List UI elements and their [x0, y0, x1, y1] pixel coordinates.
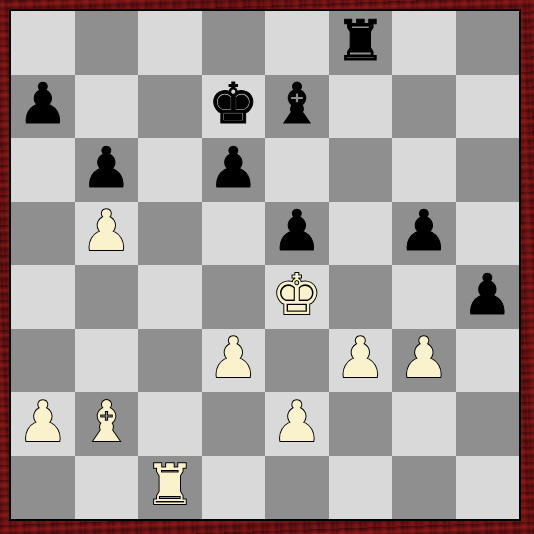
square-a5[interactable]	[11, 202, 75, 266]
square-f4[interactable]	[329, 265, 393, 329]
square-h1[interactable]	[456, 456, 520, 520]
chess-board: ♜♟♚♝♟♟♟♟♟♚♟♟♟♟♟♝♟♜	[11, 11, 519, 519]
square-c5[interactable]	[138, 202, 202, 266]
square-g4[interactable]	[392, 265, 456, 329]
piece-white-bishop-b2[interactable]: ♝	[81, 394, 131, 450]
square-f5[interactable]	[329, 202, 393, 266]
square-h6[interactable]	[456, 138, 520, 202]
square-e1[interactable]	[265, 456, 329, 520]
square-f7[interactable]	[329, 75, 393, 139]
square-d7[interactable]: ♚	[202, 75, 266, 139]
square-d4[interactable]	[202, 265, 266, 329]
square-b1[interactable]	[75, 456, 139, 520]
piece-black-pawn-a7[interactable]: ♟	[18, 76, 68, 132]
square-b7[interactable]	[75, 75, 139, 139]
square-d6[interactable]: ♟	[202, 138, 266, 202]
square-a1[interactable]	[11, 456, 75, 520]
piece-white-pawn-d3[interactable]: ♟	[208, 330, 258, 386]
piece-white-pawn-b5[interactable]: ♟	[81, 203, 131, 259]
piece-black-pawn-e5[interactable]: ♟	[272, 203, 322, 259]
square-f3[interactable]: ♟	[329, 329, 393, 393]
square-b2[interactable]: ♝	[75, 392, 139, 456]
square-h4[interactable]: ♟	[456, 265, 520, 329]
piece-white-rook-c1[interactable]: ♜	[145, 457, 195, 513]
piece-black-king-d7[interactable]: ♚	[208, 76, 258, 132]
square-c2[interactable]	[138, 392, 202, 456]
square-e5[interactable]: ♟	[265, 202, 329, 266]
square-d5[interactable]	[202, 202, 266, 266]
square-c3[interactable]	[138, 329, 202, 393]
square-d8[interactable]	[202, 11, 266, 75]
piece-white-king-e4[interactable]: ♚	[272, 267, 322, 323]
square-f8[interactable]: ♜	[329, 11, 393, 75]
board-inner-border: ♜♟♚♝♟♟♟♟♟♚♟♟♟♟♟♝♟♜	[9, 9, 521, 521]
square-h7[interactable]	[456, 75, 520, 139]
board-frame: ♜♟♚♝♟♟♟♟♟♚♟♟♟♟♟♝♟♜	[0, 0, 534, 534]
square-e4[interactable]: ♚	[265, 265, 329, 329]
square-c7[interactable]	[138, 75, 202, 139]
square-b8[interactable]	[75, 11, 139, 75]
square-f1[interactable]	[329, 456, 393, 520]
square-b3[interactable]	[75, 329, 139, 393]
square-h5[interactable]	[456, 202, 520, 266]
square-g5[interactable]: ♟	[392, 202, 456, 266]
square-b5[interactable]: ♟	[75, 202, 139, 266]
piece-white-pawn-e2[interactable]: ♟	[272, 394, 322, 450]
square-g7[interactable]	[392, 75, 456, 139]
square-a7[interactable]: ♟	[11, 75, 75, 139]
square-g2[interactable]	[392, 392, 456, 456]
piece-black-pawn-h4[interactable]: ♟	[462, 267, 512, 323]
square-e3[interactable]	[265, 329, 329, 393]
square-a2[interactable]: ♟	[11, 392, 75, 456]
square-g3[interactable]: ♟	[392, 329, 456, 393]
piece-black-bishop-e7[interactable]: ♝	[272, 76, 322, 132]
square-d3[interactable]: ♟	[202, 329, 266, 393]
square-c6[interactable]	[138, 138, 202, 202]
square-e7[interactable]: ♝	[265, 75, 329, 139]
square-e8[interactable]	[265, 11, 329, 75]
square-g8[interactable]	[392, 11, 456, 75]
square-a8[interactable]	[11, 11, 75, 75]
square-b6[interactable]: ♟	[75, 138, 139, 202]
square-b4[interactable]	[75, 265, 139, 329]
square-c4[interactable]	[138, 265, 202, 329]
square-a3[interactable]	[11, 329, 75, 393]
square-a4[interactable]	[11, 265, 75, 329]
square-a6[interactable]	[11, 138, 75, 202]
square-h3[interactable]	[456, 329, 520, 393]
piece-black-pawn-b6[interactable]: ♟	[81, 140, 131, 196]
square-h2[interactable]	[456, 392, 520, 456]
square-c1[interactable]: ♜	[138, 456, 202, 520]
piece-white-pawn-g3[interactable]: ♟	[399, 330, 449, 386]
square-f6[interactable]	[329, 138, 393, 202]
square-d1[interactable]	[202, 456, 266, 520]
square-e2[interactable]: ♟	[265, 392, 329, 456]
piece-white-pawn-a2[interactable]: ♟	[18, 394, 68, 450]
square-c8[interactable]	[138, 11, 202, 75]
square-h8[interactable]	[456, 11, 520, 75]
piece-black-rook-f8[interactable]: ♜	[335, 13, 385, 69]
square-f2[interactable]	[329, 392, 393, 456]
square-g6[interactable]	[392, 138, 456, 202]
square-g1[interactable]	[392, 456, 456, 520]
piece-black-pawn-d6[interactable]: ♟	[208, 140, 258, 196]
piece-white-pawn-f3[interactable]: ♟	[335, 330, 385, 386]
piece-black-pawn-g5[interactable]: ♟	[399, 203, 449, 259]
square-d2[interactable]	[202, 392, 266, 456]
square-e6[interactable]	[265, 138, 329, 202]
